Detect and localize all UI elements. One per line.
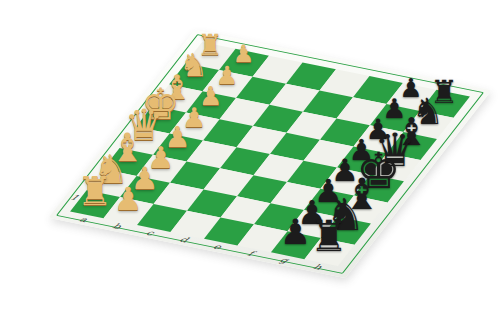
product-photo-stage: abcdefgh 1 ♜♟♟♜♞♟♟♞♝♟♟♝♚♟♟♛♛♟♟♚♝♟♟♝♞♟♟♞♜…: [0, 0, 500, 330]
piece-black-pawn-g1[interactable]: ♟: [280, 215, 311, 250]
piece-black-rook-h1[interactable]: ♜: [310, 215, 349, 258]
piece-white-rook-a1[interactable]: ♜: [77, 170, 113, 210]
piece-white-pawn-b1[interactable]: ♟: [114, 184, 143, 216]
